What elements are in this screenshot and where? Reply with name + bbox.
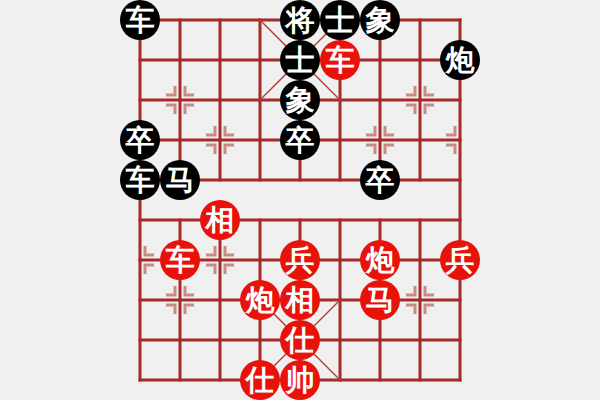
piece-red-soldier-a[interactable]: 兵 [280, 240, 320, 280]
piece-black-elephant-b[interactable]: 象 [280, 80, 320, 120]
xiangqi-board: 车将士象士车炮象卒卒车马卒相车兵炮兵炮相马仕仕帅 [120, 0, 480, 400]
piece-red-advisor-b[interactable]: 仕 [240, 360, 280, 400]
piece-black-soldier-b[interactable]: 卒 [280, 120, 320, 160]
piece-black-elephant-a[interactable]: 象 [360, 0, 400, 40]
piece-black-horse[interactable]: 马 [160, 160, 200, 200]
piece-red-general[interactable]: 帅 [280, 360, 320, 400]
piece-red-chariot-a[interactable]: 车 [320, 40, 360, 80]
piece-black-soldier-c[interactable]: 卒 [360, 160, 400, 200]
piece-red-cannon-b[interactable]: 炮 [240, 280, 280, 320]
piece-red-soldier-b[interactable]: 兵 [440, 240, 480, 280]
piece-red-elephant-b[interactable]: 相 [280, 280, 320, 320]
piece-red-advisor-a[interactable]: 仕 [280, 320, 320, 360]
piece-red-cannon-a[interactable]: 炮 [360, 240, 400, 280]
piece-red-elephant-a[interactable]: 相 [200, 200, 240, 240]
piece-black-general[interactable]: 将 [280, 0, 320, 40]
pieces-grid: 车将士象士车炮象卒卒车马卒相车兵炮兵炮相马仕仕帅 [120, 0, 480, 400]
piece-red-horse[interactable]: 马 [360, 280, 400, 320]
piece-black-soldier-a[interactable]: 卒 [120, 120, 160, 160]
piece-black-cannon[interactable]: 炮 [440, 40, 480, 80]
piece-black-chariot-a[interactable]: 车 [120, 0, 160, 40]
piece-black-advisor-a[interactable]: 士 [320, 0, 360, 40]
piece-black-chariot-b[interactable]: 车 [120, 160, 160, 200]
xiangqi-diagram: 车将士象士车炮象卒卒车马卒相车兵炮兵炮相马仕仕帅 [0, 0, 600, 400]
piece-black-advisor-b[interactable]: 士 [280, 40, 320, 80]
piece-red-chariot-b[interactable]: 车 [160, 240, 200, 280]
